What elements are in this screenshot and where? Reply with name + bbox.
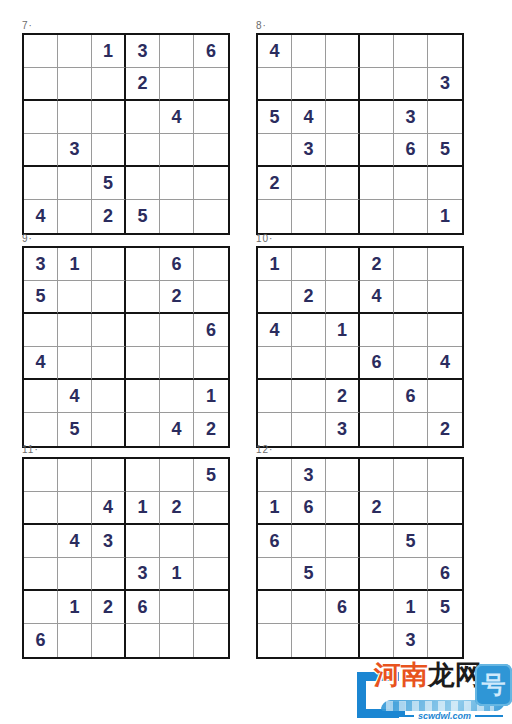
cell-r6c4[interactable] <box>126 413 160 446</box>
watermark-site-suffix: 龙网 <box>428 660 482 690</box>
cell-r4c3[interactable] <box>92 558 126 591</box>
cell-r5c1[interactable] <box>24 380 58 413</box>
cell-r4c1[interactable] <box>24 558 58 591</box>
cell-r6c3[interactable] <box>326 624 360 657</box>
cell-r6c3: 3 <box>326 413 360 446</box>
cell-r4c2: 3 <box>58 134 92 167</box>
cell-r2c3[interactable] <box>326 492 360 525</box>
cell-r4c3[interactable] <box>92 347 126 380</box>
cell-r1c4: 2 <box>360 248 394 281</box>
puzzle-7-label: 7· <box>22 20 230 33</box>
cell-r1c5[interactable] <box>394 459 428 492</box>
cell-r2c1: 1 <box>258 492 292 525</box>
cell-r6c5[interactable] <box>160 200 194 233</box>
cell-r1c3: 1 <box>92 35 126 68</box>
cell-r5c4[interactable] <box>126 167 160 200</box>
cell-r3c5[interactable] <box>160 314 194 347</box>
cell-r4c4: 3 <box>126 558 160 591</box>
cell-r2c1: 5 <box>24 281 58 314</box>
cell-r6c5[interactable] <box>394 413 428 446</box>
watermark-url: scwdwl.com <box>418 711 471 721</box>
cell-r1c1[interactable] <box>258 459 292 492</box>
cell-r6c1[interactable] <box>258 200 292 233</box>
cell-r3c5: 5 <box>394 525 428 558</box>
cell-r6c6: 2 <box>428 413 462 446</box>
cell-r5c3: 5 <box>92 167 126 200</box>
puzzle-11: 11· 541243311266 <box>22 444 230 659</box>
cell-r3c6[interactable] <box>428 314 462 347</box>
sudoku-board-11: 541243311266 <box>22 457 230 659</box>
cell-r4c3[interactable] <box>326 134 360 167</box>
cell-r1c4[interactable] <box>360 35 394 68</box>
cell-r4c4[interactable] <box>126 134 160 167</box>
cell-r5c6[interactable] <box>194 591 228 624</box>
cell-r3c3[interactable] <box>326 525 360 558</box>
puzzle-12: 12· 316265566153 <box>256 444 464 659</box>
cell-r5c4[interactable] <box>360 380 394 413</box>
cell-r1c2: 3 <box>292 459 326 492</box>
cell-r4c5[interactable] <box>160 347 194 380</box>
cell-r5c1[interactable] <box>258 380 292 413</box>
puzzle-10-label: 10· <box>256 233 464 246</box>
cell-r4c2: 3 <box>292 134 326 167</box>
cell-r3c6: 6 <box>194 314 228 347</box>
cell-r2c4: 2 <box>360 492 394 525</box>
cell-r6c4[interactable] <box>360 200 394 233</box>
cell-r4c4[interactable] <box>360 558 394 591</box>
cell-r2c2[interactable] <box>292 68 326 101</box>
cell-r4c5: 6 <box>394 134 428 167</box>
cell-r3c3: 3 <box>92 525 126 558</box>
cell-r2c3[interactable] <box>92 68 126 101</box>
puzzle-8: 8· 4354336521 <box>256 20 464 235</box>
cell-r2c5[interactable] <box>160 68 194 101</box>
cell-r4c2[interactable] <box>58 347 92 380</box>
cell-r1c6[interactable] <box>194 248 228 281</box>
cell-r4c1[interactable] <box>258 134 292 167</box>
cell-r4c1[interactable] <box>258 347 292 380</box>
cell-r2c3[interactable] <box>326 281 360 314</box>
cell-r3c6[interactable] <box>428 101 462 134</box>
cell-r5c2[interactable] <box>292 591 326 624</box>
cell-r5c1[interactable] <box>24 167 58 200</box>
cell-r2c6[interactable] <box>194 281 228 314</box>
sudoku-board-7: 1362435425 <box>22 33 230 235</box>
cell-r1c6[interactable] <box>428 459 462 492</box>
cell-r1c4: 3 <box>126 35 160 68</box>
cell-r1c1: 3 <box>24 248 58 281</box>
cell-r2c4[interactable] <box>126 281 160 314</box>
cell-r2c4[interactable] <box>360 68 394 101</box>
cell-r6c6[interactable] <box>194 200 228 233</box>
cell-r1c1: 1 <box>258 248 292 281</box>
cell-r5c6: 1 <box>194 380 228 413</box>
cell-r5c5[interactable] <box>160 380 194 413</box>
cell-r5c6[interactable] <box>194 167 228 200</box>
cell-r6c6: 2 <box>194 413 228 446</box>
cell-r4c1[interactable] <box>258 558 292 591</box>
cell-r3c1[interactable] <box>24 101 58 134</box>
cell-r1c3[interactable] <box>92 459 126 492</box>
cell-r6c2[interactable] <box>58 200 92 233</box>
sudoku-board-9: 316526441542 <box>22 246 230 448</box>
cell-r6c5[interactable] <box>160 624 194 657</box>
cell-r1c6[interactable] <box>428 248 462 281</box>
cell-r3c2[interactable] <box>292 314 326 347</box>
cell-r3c6[interactable] <box>194 525 228 558</box>
cell-r6c3[interactable] <box>92 624 126 657</box>
cell-r1c1[interactable] <box>24 35 58 68</box>
cell-r6c3: 2 <box>92 200 126 233</box>
cell-r3c6[interactable] <box>428 525 462 558</box>
puzzle-8-label: 8· <box>256 20 464 33</box>
cell-r2c5[interactable] <box>394 281 428 314</box>
cell-r4c6[interactable] <box>194 347 228 380</box>
cell-r3c5[interactable] <box>394 314 428 347</box>
cell-r6c2[interactable] <box>292 413 326 446</box>
cell-r1c2[interactable] <box>292 248 326 281</box>
cell-r5c2: 1 <box>58 591 92 624</box>
puzzle-sheet: 7· 1362435425 8· 4354336521 9· 316526441… <box>0 0 512 724</box>
cell-r2c5: 2 <box>160 281 194 314</box>
cell-r1c5[interactable] <box>160 35 194 68</box>
cell-r3c3[interactable] <box>326 101 360 134</box>
cell-r3c4[interactable] <box>360 525 394 558</box>
cell-r3c5[interactable] <box>160 525 194 558</box>
puzzle-11-label: 11· <box>22 444 230 457</box>
cell-r3c4[interactable] <box>360 314 394 347</box>
cell-r6c2[interactable] <box>292 200 326 233</box>
cell-r5c3: 2 <box>92 591 126 624</box>
cell-r5c5[interactable] <box>160 167 194 200</box>
cell-r3c3: 1 <box>326 314 360 347</box>
cell-r3c2: 4 <box>58 525 92 558</box>
watermark-dash-left <box>386 715 414 717</box>
cell-r2c6[interactable] <box>428 492 462 525</box>
cell-r1c6: 6 <box>194 35 228 68</box>
cell-r4c6: 6 <box>428 558 462 591</box>
cell-r1c1: 4 <box>258 35 292 68</box>
cell-r2c2[interactable] <box>58 492 92 525</box>
watermark-site-prefix: 河南 <box>374 660 428 690</box>
sudoku-board-10: 122441642632 <box>256 246 464 448</box>
cell-r5c2[interactable] <box>58 167 92 200</box>
cell-r1c3[interactable] <box>92 248 126 281</box>
cell-r1c2[interactable] <box>58 35 92 68</box>
cell-r1c4[interactable] <box>360 459 394 492</box>
cell-r6c3[interactable] <box>326 200 360 233</box>
cell-r4c2[interactable] <box>58 558 92 591</box>
cell-r3c1: 4 <box>258 314 292 347</box>
cell-r4c1[interactable] <box>24 134 58 167</box>
cell-r6c6[interactable] <box>428 624 462 657</box>
cell-r1c1[interactable] <box>24 459 58 492</box>
cell-r2c6[interactable] <box>428 281 462 314</box>
cell-r4c5: 1 <box>160 558 194 591</box>
cell-r6c1: 6 <box>24 624 58 657</box>
cell-r2c1[interactable] <box>24 68 58 101</box>
cell-r3c4[interactable] <box>126 314 160 347</box>
cell-r2c2: 2 <box>292 281 326 314</box>
watermark: 河南龙网 号 scwdwl.com <box>356 656 512 724</box>
cell-r1c2[interactable] <box>292 35 326 68</box>
cell-r2c4: 4 <box>360 281 394 314</box>
cell-r5c2[interactable] <box>292 380 326 413</box>
cell-r4c5[interactable] <box>160 134 194 167</box>
cell-r2c3[interactable] <box>326 68 360 101</box>
cell-r6c5[interactable] <box>394 200 428 233</box>
cell-r6c5: 4 <box>160 413 194 446</box>
cell-r6c2[interactable] <box>58 624 92 657</box>
cell-r5c3[interactable] <box>92 380 126 413</box>
cell-r1c5[interactable] <box>160 459 194 492</box>
cell-r2c6[interactable] <box>194 68 228 101</box>
cell-r2c3[interactable] <box>92 281 126 314</box>
watermark-dash-right <box>475 715 503 717</box>
cell-r2c5[interactable] <box>394 68 428 101</box>
cell-r4c5[interactable] <box>394 558 428 591</box>
sudoku-board-8: 4354336521 <box>256 33 464 235</box>
watermark-site-name: 河南龙网 <box>374 660 482 690</box>
cell-r6c1[interactable] <box>24 413 58 446</box>
cell-r1c2[interactable] <box>58 459 92 492</box>
cell-r3c1[interactable] <box>24 525 58 558</box>
cell-r6c1: 4 <box>24 200 58 233</box>
cell-r4c6: 4 <box>428 347 462 380</box>
cell-r5c5: 6 <box>394 380 428 413</box>
cell-r3c6[interactable] <box>194 101 228 134</box>
cell-r4c1: 4 <box>24 347 58 380</box>
cell-r2c2: 6 <box>292 492 326 525</box>
cell-r6c2[interactable] <box>292 624 326 657</box>
cell-r5c3: 2 <box>326 380 360 413</box>
cell-r4c3[interactable] <box>92 134 126 167</box>
cell-r1c5[interactable] <box>394 35 428 68</box>
cell-r6c4: 5 <box>126 200 160 233</box>
cell-r4c6: 5 <box>428 134 462 167</box>
cell-r4c5[interactable] <box>394 347 428 380</box>
puzzle-7: 7· 1362435425 <box>22 20 230 235</box>
puzzle-10: 10· 122441642632 <box>256 233 464 448</box>
cell-r3c2: 4 <box>292 101 326 134</box>
cell-r2c3: 4 <box>92 492 126 525</box>
cell-r6c3[interactable] <box>92 413 126 446</box>
cell-r2c4: 2 <box>126 68 160 101</box>
cell-r3c3[interactable] <box>92 101 126 134</box>
cell-r6c6[interactable] <box>194 624 228 657</box>
cell-r5c4[interactable] <box>360 167 394 200</box>
cell-r5c4[interactable] <box>126 380 160 413</box>
cell-r1c6[interactable] <box>428 35 462 68</box>
cell-r6c4[interactable] <box>360 413 394 446</box>
cell-r5c2: 4 <box>58 380 92 413</box>
cell-r5c5: 1 <box>394 591 428 624</box>
cell-r5c1[interactable] <box>24 591 58 624</box>
cell-r3c1[interactable] <box>24 314 58 347</box>
cell-r3c4[interactable] <box>126 101 160 134</box>
cell-r3c1: 5 <box>258 101 292 134</box>
cell-r2c6: 3 <box>428 68 462 101</box>
cell-r1c5[interactable] <box>394 248 428 281</box>
cell-r4c2[interactable] <box>292 347 326 380</box>
watermark-url-row: scwdwl.com <box>386 711 503 721</box>
cell-r5c1: 2 <box>258 167 292 200</box>
sudoku-board-12: 316265566153 <box>256 457 464 659</box>
cell-r4c3[interactable] <box>326 347 360 380</box>
cell-r4c4: 6 <box>360 347 394 380</box>
cell-r3c5: 4 <box>160 101 194 134</box>
cell-r2c2[interactable] <box>58 281 92 314</box>
cell-r6c4[interactable] <box>126 624 160 657</box>
cell-r6c4[interactable] <box>360 624 394 657</box>
cell-r6c6: 1 <box>428 200 462 233</box>
cell-r2c1[interactable] <box>258 281 292 314</box>
cell-r4c6[interactable] <box>194 558 228 591</box>
cell-r2c1[interactable] <box>258 68 292 101</box>
cell-r5c6: 5 <box>428 591 462 624</box>
cell-r6c2: 5 <box>58 413 92 446</box>
cell-r3c3[interactable] <box>92 314 126 347</box>
cell-r1c4[interactable] <box>126 248 160 281</box>
cell-r5c6[interactable] <box>428 380 462 413</box>
cell-r5c5[interactable] <box>394 167 428 200</box>
cell-r2c5[interactable] <box>394 492 428 525</box>
puzzle-9-label: 9· <box>22 233 230 246</box>
cell-r3c1: 6 <box>258 525 292 558</box>
cell-r5c3[interactable] <box>326 167 360 200</box>
cell-r5c1[interactable] <box>258 591 292 624</box>
cell-r2c1[interactable] <box>24 492 58 525</box>
cell-r1c3[interactable] <box>326 35 360 68</box>
cell-r4c2: 5 <box>292 558 326 591</box>
cell-r1c5: 6 <box>160 248 194 281</box>
cell-r5c2[interactable] <box>292 167 326 200</box>
cell-r3c2[interactable] <box>292 525 326 558</box>
cell-r4c4[interactable] <box>126 347 160 380</box>
cell-r5c5[interactable] <box>160 591 194 624</box>
cell-r4c3[interactable] <box>326 558 360 591</box>
cell-r1c3[interactable] <box>326 248 360 281</box>
cell-r3c4[interactable] <box>360 101 394 134</box>
watermark-seal-badge: 号 <box>475 664 512 706</box>
cell-r2c6[interactable] <box>194 492 228 525</box>
cell-r5c3: 6 <box>326 591 360 624</box>
cell-r4c6[interactable] <box>194 134 228 167</box>
cell-r5c4[interactable] <box>360 591 394 624</box>
cell-r1c2: 1 <box>58 248 92 281</box>
cell-r3c5: 3 <box>394 101 428 134</box>
cell-r5c6[interactable] <box>428 167 462 200</box>
cell-r1c4[interactable] <box>126 459 160 492</box>
cell-r6c5: 3 <box>394 624 428 657</box>
cell-r5c4: 6 <box>126 591 160 624</box>
cell-r6c1[interactable] <box>258 413 292 446</box>
cell-r2c5: 2 <box>160 492 194 525</box>
cell-r1c3[interactable] <box>326 459 360 492</box>
cell-r6c1[interactable] <box>258 624 292 657</box>
cell-r2c2[interactable] <box>58 68 92 101</box>
cell-r3c4[interactable] <box>126 525 160 558</box>
cell-r1c6: 5 <box>194 459 228 492</box>
cell-r3c2[interactable] <box>58 314 92 347</box>
cell-r2c4: 1 <box>126 492 160 525</box>
puzzle-12-label: 12· <box>256 444 464 457</box>
cell-r4c4[interactable] <box>360 134 394 167</box>
cell-r3c2[interactable] <box>58 101 92 134</box>
puzzle-9: 9· 316526441542 <box>22 233 230 448</box>
